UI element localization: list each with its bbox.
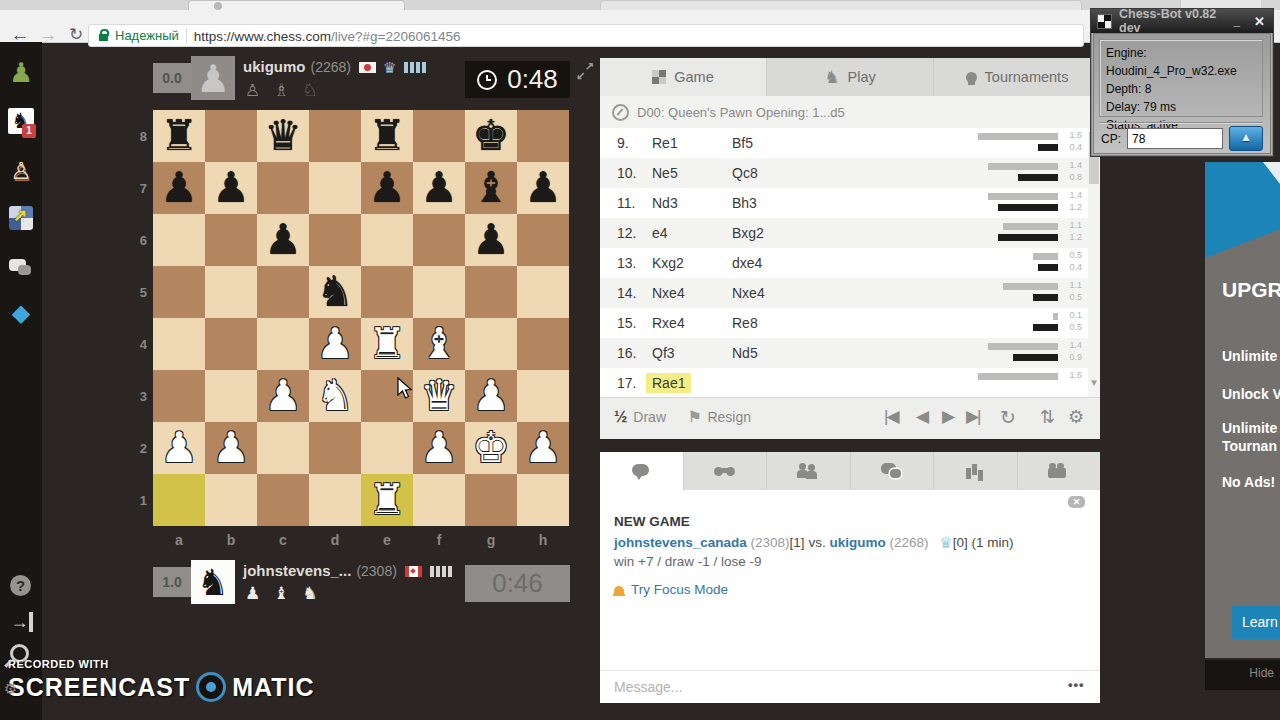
square-h8[interactable] <box>517 110 569 162</box>
eval-bar-white <box>978 373 1058 380</box>
square-g5[interactable] <box>465 266 517 318</box>
square-c8[interactable]: ♛ <box>257 110 309 162</box>
new-game-title: NEW GAME <box>614 514 690 529</box>
reload-icon[interactable]: ↻ <box>64 20 88 50</box>
black-pawn: ♟ <box>465 214 517 266</box>
black-king: ♚ <box>465 110 517 162</box>
eval-bar-black <box>1033 324 1058 331</box>
bot-depth: Depth: 8 <box>1106 80 1262 98</box>
square-d3[interactable]: ♞ <box>309 370 361 422</box>
tab-observers[interactable] <box>684 452 768 490</box>
help-icon[interactable]: ? <box>10 575 31 596</box>
eval-value-black: 0.8 <box>1069 172 1082 182</box>
japan-flag-icon <box>359 62 376 73</box>
black-pawn: ♟ <box>361 162 413 214</box>
watermark-line1: RECORDED WITH <box>8 658 315 670</box>
square-f8[interactable] <box>413 110 465 162</box>
square-h7[interactable]: ♟ <box>517 162 569 214</box>
arrow-sw: ↙ <box>576 69 585 82</box>
black-move[interactable]: Nd5 <box>732 345 758 361</box>
black-pawn: ♟ <box>413 162 465 214</box>
chat-panel: ✕ NEW GAME johnstevens_canada (2308)[1] … <box>600 452 1100 703</box>
square-f3[interactable]: ♛ <box>413 370 465 422</box>
black-move[interactable]: Nxe4 <box>732 285 765 301</box>
black-move[interactable]: Qc8 <box>732 165 758 181</box>
white-rook: ♜ <box>361 318 413 370</box>
eval-bar-white <box>1003 283 1058 290</box>
square-a4[interactable] <box>153 318 205 370</box>
bottom-clock-time: 0:46 <box>492 568 543 599</box>
sidebar-home-pawn-icon[interactable]: ♟ <box>8 60 34 86</box>
black-move[interactable]: Bxg2 <box>732 225 764 241</box>
square-e1[interactable]: ♜ <box>361 474 413 526</box>
opening-name: D00: Queen's Pawn Opening: 1...d5 <box>637 105 845 120</box>
bot-title-bar[interactable]: Chess-Bot v0.82 dev _ ✕ <box>1091 9 1273 33</box>
white-move[interactable]: Rxe4 <box>652 315 685 331</box>
game-controls: ½Draw ⚑Resign |◀ ◀ ▶ ▶| ↻ ⇅ ⚙ <box>600 397 1100 439</box>
minimize-button[interactable]: _ <box>1233 14 1240 28</box>
white-bishop: ♝ <box>413 318 465 370</box>
opening-explorer-icon <box>612 104 629 121</box>
move-row-12: 12.e4Bxg21.11.2 <box>600 218 1100 248</box>
learn-more-button[interactable]: Learn <box>1232 606 1280 639</box>
upgrade-panel: UPGR Unlimite Unlock V Unlimite Tournan … <box>1205 162 1280 658</box>
sidebar-chat-icon[interactable] <box>8 256 34 282</box>
eval-value-white: 1.4 <box>1069 340 1082 350</box>
black-pawn: ♟ <box>517 162 569 214</box>
move-row-14: 14.Nxe4Nxe41.10.5 <box>600 278 1100 308</box>
square-f5[interactable] <box>413 266 465 318</box>
upgrade-line-3b: Tournan <box>1222 438 1277 454</box>
black-rating: (2268) <box>889 535 928 550</box>
browser-toolbar: ← → ↻ Надежный https://www.chess.com/liv… <box>0 10 1280 43</box>
eval-bar-white <box>1053 313 1058 320</box>
white-rating: (2308) <box>751 535 790 550</box>
url-text: https://www.chess.com/live?#g=2206061456 <box>194 27 461 45</box>
black-move[interactable]: Bf5 <box>732 135 753 151</box>
tab-play[interactable]: ♞Play <box>767 58 934 96</box>
white-king: ♚ <box>465 422 517 474</box>
square-c2[interactable] <box>257 422 309 474</box>
rank-label-7: 7 <box>133 181 147 196</box>
square-h4[interactable] <box>517 318 569 370</box>
url-separator <box>186 28 187 44</box>
bot-info-box: Engine: Houdini_4_Pro_w32.exe Depth: 8 D… <box>1099 39 1263 117</box>
square-a7[interactable]: ♟ <box>153 162 205 214</box>
gear-watermark-icon: ⚙ <box>4 680 17 698</box>
tab-favicon-icon <box>214 2 222 10</box>
bottom-player-clock: 0:46 <box>465 565 570 602</box>
upgrade-line-2: Unlock V <box>1222 386 1280 402</box>
square-g1[interactable] <box>465 474 517 526</box>
black-queen: ♛ <box>257 110 309 162</box>
white-pawn: ♟ <box>517 422 569 474</box>
square-b3[interactable] <box>205 370 257 422</box>
file-label-g: g <box>465 532 517 548</box>
square-b1[interactable] <box>205 474 257 526</box>
cp-input[interactable] <box>1127 128 1223 149</box>
knight-icon: ♞ <box>824 70 839 84</box>
white-knight: ♞ <box>309 370 361 422</box>
eval-bar-white <box>988 163 1058 170</box>
bubble-shape <box>18 265 31 275</box>
square-g3[interactable]: ♟ <box>465 370 517 422</box>
white-move[interactable]: Re1 <box>652 135 678 151</box>
square-g6[interactable]: ♟ <box>465 214 517 266</box>
eval-value-black: 0.5 <box>1069 292 1082 302</box>
white-pawn: ♟ <box>465 370 517 422</box>
white-queen: ♛ <box>413 370 465 422</box>
square-h3[interactable] <box>517 370 569 422</box>
mouse-cursor <box>397 377 413 401</box>
white-pawn: ♟ <box>153 422 205 474</box>
move-number: 12. <box>617 225 645 241</box>
bot-delay: Delay: 79 ms <box>1106 98 1262 116</box>
white-pawn: ♟ <box>309 318 361 370</box>
connection-bars-icon <box>430 566 452 577</box>
square-b4[interactable] <box>205 318 257 370</box>
sidebar-premium-diamond-icon[interactable]: ◆ <box>8 300 34 326</box>
resign-label: Resign <box>707 409 751 425</box>
chat-options-icon[interactable]: ••• <box>1068 677 1085 692</box>
square-f2[interactable]: ♟ <box>413 422 465 474</box>
file-label-e: e <box>361 532 413 548</box>
tab-chat[interactable] <box>600 452 684 490</box>
match-line: johnstevens_canada (2308)[1] vs. ukigumo… <box>614 534 1013 552</box>
chess-board[interactable]: ♜♛♜♚♟♟♟♟♝♟♟♟♞♟♜♝♟♞♛♟♟♟♟♚♟♜ <box>153 110 569 526</box>
eval-value-black: 0.4 <box>1069 262 1082 272</box>
white-move[interactable]: Qf3 <box>652 345 675 361</box>
square-c5[interactable] <box>257 266 309 318</box>
refresh-button[interactable]: ↻ <box>1000 406 1016 429</box>
focus-mode-link[interactable]: Try Focus Mode <box>614 582 728 597</box>
square-h6[interactable] <box>517 214 569 266</box>
game-panel: Game ♞Play Tournaments D00: Queen's Pawn… <box>600 58 1100 438</box>
url-host: https://www.chess.com <box>194 29 331 44</box>
eval-value-white: 1.6 <box>1069 370 1082 380</box>
ad-blue-banner <box>1205 162 1280 258</box>
square-c3[interactable]: ♟ <box>257 370 309 422</box>
move-list: 9.Re1Bf51.60.410.Ne5Qc81.40.811.Nd3Bh31.… <box>600 128 1100 398</box>
square-d6[interactable] <box>309 214 361 266</box>
black-pawn: ♟ <box>257 214 309 266</box>
clock-icon <box>477 70 497 90</box>
black-move[interactable]: Re8 <box>732 315 758 331</box>
white-pawn: ♟ <box>205 422 257 474</box>
square-h2[interactable]: ♟ <box>517 422 569 474</box>
scroll-down-icon[interactable]: ▾ <box>1088 376 1100 389</box>
bottom-player-rating: (2308) <box>356 563 396 579</box>
white-pawn-avatar-icon: ♟ <box>196 57 230 101</box>
upgrade-line-3a: Unlimite <box>1222 420 1277 436</box>
url-bar[interactable]: Надежный https://www.chess.com/live?#g=2… <box>88 24 1084 47</box>
tab-chats[interactable] <box>851 452 935 490</box>
square-e6[interactable] <box>361 214 413 266</box>
black-extra: [0] <box>953 535 968 550</box>
tab-friends[interactable] <box>767 452 851 490</box>
eval-bar-black <box>998 204 1058 211</box>
square-a1[interactable] <box>153 474 205 526</box>
square-g8[interactable]: ♚ <box>465 110 517 162</box>
square-d7[interactable] <box>309 162 361 214</box>
white-move[interactable]: Nxe4 <box>652 285 685 301</box>
square-a6[interactable] <box>153 214 205 266</box>
eval-value-white: 0.5 <box>1069 250 1082 260</box>
white-extra: [1] <box>790 535 805 550</box>
notification-badge: 1 <box>22 124 36 138</box>
file-label-a: a <box>153 532 205 548</box>
standings-icon <box>964 463 986 479</box>
square-b5[interactable] <box>205 266 257 318</box>
square-e4[interactable]: ♜ <box>361 318 413 370</box>
sidebar-play-hand-icon[interactable]: ♙ <box>8 158 34 184</box>
square-d2[interactable] <box>309 422 361 474</box>
bot-send-button[interactable]: ▲ <box>1229 126 1263 151</box>
chat-tabs <box>600 452 1100 490</box>
bot-checker-icon <box>1097 14 1112 29</box>
time-control: (1 min) <box>971 535 1013 550</box>
eval-bar-white <box>978 133 1058 140</box>
eval-bar-black <box>1033 294 1058 301</box>
upgrade-title: UPGR <box>1222 278 1280 302</box>
square-b6[interactable] <box>205 214 257 266</box>
go-start-button[interactable]: |◀ <box>884 406 898 427</box>
resign-button[interactable]: ⚑Resign <box>688 408 751 426</box>
app-sidebar: ♟ ♞ 1 ♙ ↗ ◆ ? → <box>0 42 42 720</box>
move-row-17: 17.Rae11.6 <box>600 368 1100 398</box>
square-d5[interactable]: ♞ <box>309 266 361 318</box>
square-h5[interactable] <box>517 266 569 318</box>
white-move[interactable]: Kxg2 <box>652 255 684 271</box>
white-move[interactable]: Nd3 <box>652 195 678 211</box>
square-a2[interactable]: ♟ <box>153 422 205 474</box>
eval-value-white: 0.1 <box>1069 310 1082 320</box>
expand-board-icon[interactable]: ↗↙ <box>576 62 594 80</box>
square-c7[interactable] <box>257 162 309 214</box>
rank-label-5: 5 <box>133 285 147 300</box>
rank-label-6: 6 <box>133 233 147 248</box>
square-f7[interactable]: ♟ <box>413 162 465 214</box>
watermark-brand-left: SCREENCAST <box>8 673 190 702</box>
game-panel-tabs: Game ♞Play Tournaments <box>600 58 1100 96</box>
rank-label-1: 1 <box>133 493 147 508</box>
upgrade-line-4: No Ads! <box>1222 474 1275 490</box>
settings-gear-icon[interactable]: ⚙ <box>1068 406 1084 428</box>
bot-body: Engine: Houdini_4_Pro_w32.exe Depth: 8 D… <box>1093 33 1271 154</box>
square-c1[interactable] <box>257 474 309 526</box>
eval-value-white: 1.4 <box>1069 160 1082 170</box>
chat-bubble-icon <box>630 463 652 479</box>
eval-value-white: 1.4 <box>1069 190 1082 200</box>
watermark-logo-icon <box>196 672 226 702</box>
go-end-button[interactable]: ▶| <box>966 406 980 427</box>
eval-value-black: 0.4 <box>1069 142 1082 152</box>
eval-value-black: 1.2 <box>1069 202 1082 212</box>
tab-game[interactable]: Game <box>600 58 767 96</box>
bottom-captured-pieces: ♟ ♝ ♞ <box>245 583 322 603</box>
black-rook: ♜ <box>153 110 205 162</box>
bottom-player-name[interactable]: johnstevens_... <box>243 562 351 579</box>
url-path: /live?#g=2206061456 <box>331 29 461 44</box>
board-icon <box>652 70 666 84</box>
square-c6[interactable]: ♟ <box>257 214 309 266</box>
eval-bar-black <box>1038 264 1058 271</box>
focus-label: Try Focus Mode <box>631 582 728 597</box>
eval-value-black: 0.5 <box>1069 322 1082 332</box>
black-knight: ♞ <box>309 266 361 318</box>
lock-icon <box>99 34 108 41</box>
black-pawn: ♟ <box>153 162 205 214</box>
white-move[interactable]: Rae1 <box>652 375 691 391</box>
bot-engine: Engine: Houdini_4_Pro_w32.exe <box>1106 44 1262 80</box>
square-d4[interactable]: ♟ <box>309 318 361 370</box>
draw-label: Draw <box>633 409 666 425</box>
tab-video[interactable] <box>1018 452 1101 490</box>
bottom-player-avatar[interactable]: ♞ <box>191 560 235 604</box>
square-a5[interactable] <box>153 266 205 318</box>
message-input[interactable]: Message... <box>614 679 682 695</box>
square-b7[interactable]: ♟ <box>205 162 257 214</box>
flip-board-button[interactable]: ⇅ <box>1040 406 1055 428</box>
bot-cp-row: CP: ▲ <box>1099 122 1263 151</box>
rating-odds-line: win +7 / draw -1 / lose -9 <box>614 554 761 569</box>
eval-bar-white <box>988 193 1058 200</box>
eval-value-black: 1.2 <box>1069 232 1082 242</box>
square-a3[interactable] <box>153 370 205 422</box>
tab-tournaments-label: Tournaments <box>985 69 1069 85</box>
half-icon: ½ <box>614 408 627 425</box>
message-input-bar: Message... ••• <box>600 670 1100 704</box>
file-label-f: f <box>413 532 465 548</box>
rank-label-4: 4 <box>133 337 147 352</box>
move-list-scrollbar[interactable]: ▾ <box>1088 128 1100 398</box>
move-number: 11. <box>617 195 645 211</box>
file-label-d: d <box>309 532 361 548</box>
step-back-button[interactable]: ◀ <box>916 406 927 427</box>
chats-icon <box>881 463 903 479</box>
white-player-link[interactable]: johnstevens_canada <box>614 535 747 550</box>
square-c4[interactable] <box>257 318 309 370</box>
chess-bot-window: Chess-Bot v0.82 dev _ ✕ Engine: Houdini_… <box>1090 8 1274 157</box>
move-row-10: 10.Ne5Qc81.40.8 <box>600 158 1100 188</box>
square-g2[interactable]: ♚ <box>465 422 517 474</box>
move-row-13: 13.Kxg2dxe40.50.4 <box>600 248 1100 278</box>
hide-panel-button[interactable]: Hide <box>1205 660 1280 690</box>
black-rook: ♜ <box>361 110 413 162</box>
black-player-link[interactable]: ukigumo <box>829 535 885 550</box>
tab-game-label: Game <box>674 69 714 85</box>
black-bishop: ♝ <box>465 162 517 214</box>
file-label-b: b <box>205 532 257 548</box>
top-player-rating: (2268) <box>311 59 351 75</box>
white-pawn: ♟ <box>413 422 465 474</box>
draw-button[interactable]: ½Draw <box>614 408 666 426</box>
canada-flag-icon <box>405 566 422 577</box>
square-f1[interactable] <box>413 474 465 526</box>
square-d1[interactable] <box>309 474 361 526</box>
bot-window-title: Chess-Bot v0.82 dev <box>1119 7 1233 35</box>
tab-standings[interactable] <box>934 452 1018 490</box>
close-icon[interactable]: ✕ <box>1254 14 1265 29</box>
rank-label-8: 8 <box>133 129 147 144</box>
mute-chat-icon[interactable]: ✕ <box>1068 496 1085 508</box>
rank-label-3: 3 <box>133 389 147 404</box>
move-number: 14. <box>617 285 645 301</box>
secure-label: Надежный <box>115 28 179 43</box>
connection-bars-icon <box>404 62 426 73</box>
top-player-avatar[interactable]: ♟ <box>191 56 235 100</box>
exit-glyph: → <box>11 612 33 632</box>
top-clock-time: 0:48 <box>507 64 558 95</box>
white-move[interactable]: e4 <box>652 225 668 241</box>
eval-bar-black <box>998 234 1058 241</box>
logout-icon[interactable]: → <box>8 610 34 636</box>
square-b2[interactable]: ♟ <box>205 422 257 474</box>
move-number: 9. <box>617 135 645 151</box>
square-a8[interactable]: ♜ <box>153 110 205 162</box>
square-f6[interactable] <box>413 214 465 266</box>
eval-bar-white <box>988 343 1058 350</box>
tab-tournaments[interactable]: Tournaments <box>934 58 1100 96</box>
eval-bar-white <box>1033 253 1058 260</box>
square-e2[interactable] <box>361 422 413 474</box>
black-move[interactable]: dxe4 <box>732 255 762 271</box>
eval-bar-black <box>1038 144 1058 151</box>
cp-label: CP: <box>1101 132 1121 146</box>
square-h1[interactable] <box>517 474 569 526</box>
square-f4[interactable]: ♝ <box>413 318 465 370</box>
square-b8[interactable] <box>205 110 257 162</box>
black-move[interactable]: Bh3 <box>732 195 757 211</box>
square-g7[interactable]: ♝ <box>465 162 517 214</box>
premium-crown-icon: ♛ <box>383 59 396 77</box>
white-rook: ♜ <box>361 474 413 526</box>
eval-value-white: 1.6 <box>1069 130 1082 140</box>
eval-bar-black <box>1018 174 1058 181</box>
square-d8[interactable] <box>309 110 361 162</box>
step-forward-button[interactable]: ▶ <box>942 406 953 427</box>
rank-label-2: 2 <box>133 441 147 456</box>
top-player-name[interactable]: ukigumo <box>243 58 306 75</box>
friends-icon <box>797 463 819 479</box>
square-g4[interactable] <box>465 318 517 370</box>
square-e5[interactable] <box>361 266 413 318</box>
bell-icon <box>614 586 624 594</box>
top-player-score: 0.0 <box>153 63 191 93</box>
square-e7[interactable]: ♟ <box>361 162 413 214</box>
flag-icon: ⚑ <box>688 408 701 425</box>
white-move[interactable]: Ne5 <box>652 165 678 181</box>
eval-value-black: 0.9 <box>1069 352 1082 362</box>
move-row-16: 16.Qf3Nd51.40.9 <box>600 338 1100 368</box>
square-e8[interactable]: ♜ <box>361 110 413 162</box>
white-pawn: ♟ <box>257 370 309 422</box>
upgrade-line-1: Unlimite <box>1222 348 1277 364</box>
vs-label: vs. <box>808 535 825 550</box>
eval-bar-black <box>1013 354 1058 361</box>
tab-play-label: Play <box>848 69 876 85</box>
medal-icon <box>966 72 977 83</box>
eval-bar-white <box>1003 223 1058 230</box>
sidebar-arena-icon[interactable]: ↗ <box>9 206 33 230</box>
move-row-15: 15.Rxe4Re80.10.5 <box>600 308 1100 338</box>
move-number: 17. <box>617 375 645 391</box>
screencast-watermark: ⚙ RECORDED WITH SCREENCAST MATIC <box>8 658 315 702</box>
top-player-clock: 0:48 <box>465 61 570 98</box>
move-number: 15. <box>617 315 645 331</box>
move-number: 13. <box>617 255 645 271</box>
black-knight-avatar-icon: ♞ <box>197 562 229 603</box>
